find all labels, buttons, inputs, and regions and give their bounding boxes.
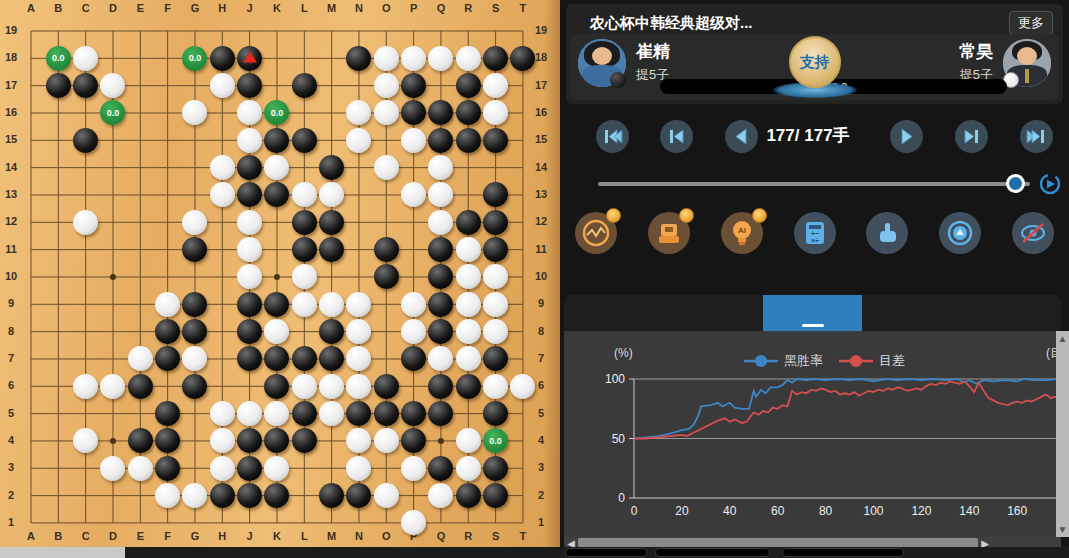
svg-text:×÷: ×÷ (811, 237, 819, 244)
territory-icon: +−×÷ (794, 212, 836, 254)
match-header: 农心杯中韩经典超级对... 更多 崔精 提5子 (566, 4, 1063, 104)
try-move-icon (866, 212, 908, 254)
scroll-down-icon[interactable]: ▼ (1056, 524, 1069, 535)
white-stone (401, 46, 426, 71)
svg-text:目差: 目差 (879, 353, 905, 368)
white-stone (401, 456, 426, 481)
svg-text:50: 50 (612, 432, 626, 446)
white-stone (456, 319, 481, 344)
coin-icon (752, 208, 767, 223)
black-stone (374, 237, 399, 262)
game-info-panel: 农心杯中韩经典超级对... 更多 崔精 提5子 (560, 0, 1069, 547)
back-ten-button[interactable] (660, 120, 693, 153)
svg-text:0: 0 (618, 491, 625, 505)
score-marker: 0.0 (46, 46, 71, 71)
white-stone (319, 374, 344, 399)
coin-icon (679, 208, 694, 223)
forward-ten-button[interactable] (955, 120, 988, 153)
player-card: 崔精 提5子 常昊 提5子 支持 100.0 (570, 34, 1059, 100)
tool-no-hint[interactable] (996, 210, 1069, 292)
tool-ai-judge[interactable] (633, 210, 706, 292)
black-stone (128, 374, 153, 399)
svg-text:140: 140 (959, 504, 979, 518)
white-stone (210, 456, 235, 481)
white-stone (128, 456, 153, 481)
tool-move-number[interactable] (924, 210, 997, 292)
svg-text:黑胜率: 黑胜率 (784, 353, 823, 368)
black-stone (292, 73, 317, 98)
black-stone (210, 483, 235, 508)
white-stone (210, 155, 235, 180)
white-stone (73, 210, 98, 235)
tab-3[interactable] (862, 295, 961, 331)
white-stone (401, 292, 426, 317)
black-stone-badge (610, 72, 626, 88)
jump-to-start-button[interactable] (596, 120, 629, 153)
black-stone (483, 210, 508, 235)
white-stone (73, 374, 98, 399)
tab-4[interactable] (962, 295, 1061, 331)
black-stone (483, 456, 508, 481)
white-stone (292, 292, 317, 317)
jump-to-end-button[interactable] (1020, 120, 1053, 153)
compute-icon (575, 212, 617, 254)
more-button[interactable]: 更多 (1009, 11, 1053, 35)
black-player-name: 崔精 (636, 40, 670, 63)
white-stone (319, 292, 344, 317)
black-stone (456, 483, 481, 508)
white-stone (237, 210, 262, 235)
white-player-name: 常昊 (959, 40, 993, 63)
black-stone (483, 46, 508, 71)
bottom-corner (0, 547, 125, 558)
svg-text:120: 120 (911, 504, 931, 518)
black-stone (456, 128, 481, 153)
move-number-icon (939, 212, 981, 254)
svg-text:20: 20 (675, 504, 689, 518)
svg-text:80: 80 (819, 504, 833, 518)
white-stone (237, 128, 262, 153)
app-window: AABBCCDDEEFFGGHHJJKKLLMMNNOOPPQQRRSSTT19… (0, 0, 1069, 558)
coin-icon (606, 208, 621, 223)
white-stone (210, 73, 235, 98)
go-board[interactable]: AABBCCDDEEFFGGHHJJKKLLMMNNOOPPQQRRSSTT19… (0, 0, 560, 547)
white-stone (374, 483, 399, 508)
svg-text:100: 100 (863, 504, 883, 518)
support-medal[interactable]: 支持 (789, 36, 841, 88)
winrate-chart: (%)(目)黑胜率目差050100020406080100120140160 (564, 331, 1061, 537)
white-stone (374, 155, 399, 180)
black-stone (456, 73, 481, 98)
svg-text:0: 0 (631, 504, 638, 518)
black-stone (483, 128, 508, 153)
black-stone (237, 292, 262, 317)
autoplay-icon[interactable] (1038, 172, 1062, 196)
tool-try-move[interactable] (851, 210, 924, 292)
white-stone (292, 374, 317, 399)
svg-text:AI: AI (738, 226, 746, 235)
scroll-up-icon[interactable]: ▲ (1056, 333, 1069, 344)
black-stone (155, 456, 180, 481)
black-stone (456, 374, 481, 399)
white-stone (456, 292, 481, 317)
black-stone (210, 46, 235, 71)
black-stone (319, 210, 344, 235)
white-stone (483, 292, 508, 317)
black-stone (292, 128, 317, 153)
black-stone (374, 401, 399, 426)
white-stone (210, 401, 235, 426)
ai-toolbar: AI +−×÷ (560, 210, 1069, 292)
black-stone (73, 128, 98, 153)
tool-compute[interactable] (560, 210, 633, 292)
black-stone (46, 73, 71, 98)
svg-text:100: 100 (605, 372, 625, 386)
black-stone (292, 237, 317, 262)
vertical-scrollbar[interactable]: ▲ ▼ (1056, 331, 1069, 537)
match-title: 农心杯中韩经典超级对... (590, 14, 753, 33)
move-counter: 177/ 177手 (758, 124, 858, 147)
svg-text:60: 60 (771, 504, 785, 518)
black-stone (456, 210, 481, 235)
svg-text:+−: +− (811, 230, 819, 237)
white-stone (374, 46, 399, 71)
white-stone (73, 46, 98, 71)
navigation-controls: 177/ 177手 (560, 112, 1069, 204)
content-tabs (564, 295, 1061, 331)
white-stone (456, 456, 481, 481)
black-stone (374, 374, 399, 399)
back-one-button[interactable] (725, 120, 758, 153)
move-slider-handle[interactable] (1006, 174, 1025, 193)
last-move-triangle-icon (243, 52, 257, 63)
white-stone (374, 73, 399, 98)
ai-judge-icon (648, 212, 690, 254)
white-stone (401, 128, 426, 153)
last-move-stone (237, 46, 262, 71)
svg-text:40: 40 (723, 504, 737, 518)
white-stone (456, 46, 481, 71)
tab-0[interactable] (564, 295, 663, 331)
tab-2[interactable] (763, 295, 862, 331)
black-stone (292, 210, 317, 235)
forward-one-button[interactable] (890, 120, 923, 153)
white-stone (483, 374, 508, 399)
black-stone (292, 401, 317, 426)
tool-ai-hint[interactable]: AI (705, 210, 778, 292)
white-stone (456, 237, 481, 262)
tool-territory[interactable]: +−×÷ (778, 210, 851, 292)
tab-1[interactable] (663, 295, 762, 331)
no-hint-icon (1012, 212, 1054, 254)
white-stone (155, 292, 180, 317)
page-bottom-strip (0, 547, 1069, 558)
ai-hint-icon: AI (721, 212, 763, 254)
svg-text:(%): (%) (614, 346, 633, 360)
black-stone (237, 456, 262, 481)
move-slider-track[interactable] (598, 182, 1030, 186)
svg-text:160: 160 (1007, 504, 1027, 518)
